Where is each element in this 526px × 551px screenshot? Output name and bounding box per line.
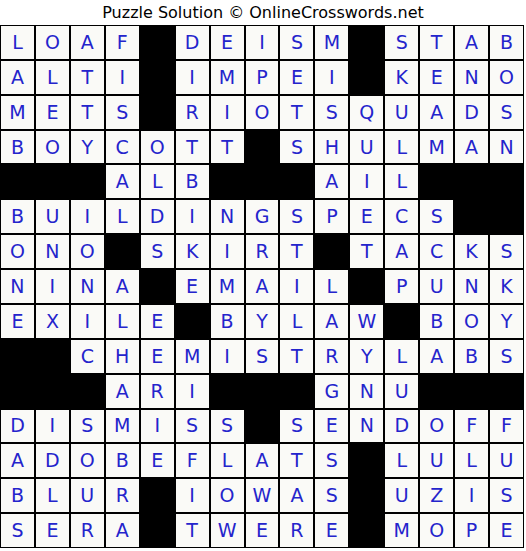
grid-cell: D <box>141 200 174 233</box>
grid-cell: U <box>420 444 453 477</box>
grid-cell: M <box>106 410 139 443</box>
grid-cell: N <box>490 131 523 164</box>
grid-cell: R <box>315 340 348 373</box>
grid-cell: U <box>490 444 523 477</box>
grid-cell: S <box>106 96 139 129</box>
grid-cell: T <box>280 235 313 268</box>
grid-cell: L <box>36 479 69 512</box>
grid-cell: O <box>420 410 453 443</box>
grid-cell: I <box>280 270 313 303</box>
grid-cell: I <box>36 270 69 303</box>
grid-cell: O <box>71 235 104 268</box>
grid-cell: C <box>71 340 104 373</box>
grid-cell: R <box>280 514 313 547</box>
grid-cell: I <box>211 235 244 268</box>
grid-cell: I <box>211 340 244 373</box>
grid-cell: B <box>211 305 244 338</box>
grid-cell: T <box>350 235 383 268</box>
grid-cell: I <box>176 200 209 233</box>
black-cell <box>455 165 488 198</box>
grid-cell: B <box>176 165 209 198</box>
grid-cell: A <box>1 444 34 477</box>
grid-cell: S <box>315 444 348 477</box>
grid-cell: A <box>106 375 139 408</box>
grid-cell: P <box>385 270 418 303</box>
grid-cell: S <box>141 235 174 268</box>
black-cell <box>455 375 488 408</box>
grid-cell: H <box>106 340 139 373</box>
black-cell <box>350 61 383 94</box>
black-cell <box>350 514 383 547</box>
grid-cell: A <box>455 26 488 59</box>
grid-cell: L <box>1 26 34 59</box>
grid-cell: U <box>71 479 104 512</box>
grid-cell: R <box>246 235 279 268</box>
grid-cell: A <box>420 96 453 129</box>
grid-cell: A <box>315 305 348 338</box>
black-cell <box>141 61 174 94</box>
grid-cell: A <box>280 479 313 512</box>
grid-cell: L <box>385 444 418 477</box>
grid-cell: O <box>36 131 69 164</box>
grid-cell: E <box>1 305 34 338</box>
grid-cell: S <box>211 410 244 443</box>
grid-cell: T <box>420 26 453 59</box>
black-cell <box>490 165 523 198</box>
grid-cell: M <box>1 96 34 129</box>
grid-cell: A <box>106 514 139 547</box>
grid-cell: O <box>1 235 34 268</box>
black-cell <box>490 200 523 233</box>
grid-cell: E <box>246 514 279 547</box>
black-cell <box>211 375 244 408</box>
grid-cell: B <box>455 340 488 373</box>
black-cell <box>350 444 383 477</box>
grid-cell: P <box>315 200 348 233</box>
grid-cell: S <box>490 96 523 129</box>
grid-cell: A <box>71 26 104 59</box>
grid-cell: Y <box>490 305 523 338</box>
grid-cell: T <box>211 131 244 164</box>
grid-cell: M <box>420 131 453 164</box>
grid-cell: A <box>385 235 418 268</box>
black-cell <box>36 375 69 408</box>
black-cell <box>106 235 139 268</box>
grid-cell: C <box>106 131 139 164</box>
grid-cell: S <box>420 200 453 233</box>
grid-cell: S <box>490 235 523 268</box>
black-cell <box>141 479 174 512</box>
grid-cell: P <box>455 514 488 547</box>
grid-cell: K <box>385 61 418 94</box>
grid-cell: P <box>246 61 279 94</box>
grid-cell: L <box>106 305 139 338</box>
grid-cell: T <box>280 96 313 129</box>
grid-cell: Z <box>420 479 453 512</box>
black-cell <box>246 410 279 443</box>
black-cell <box>420 165 453 198</box>
grid-cell: A <box>246 270 279 303</box>
grid-cell: S <box>280 200 313 233</box>
grid-cell: I <box>176 375 209 408</box>
grid-cell: E <box>315 514 348 547</box>
grid-cell: U <box>350 131 383 164</box>
grid-cell: E <box>141 340 174 373</box>
black-cell <box>490 375 523 408</box>
grid-cell: A <box>1 61 34 94</box>
black-cell <box>141 270 174 303</box>
grid-cell: T <box>280 340 313 373</box>
grid-cell: U <box>36 200 69 233</box>
black-cell <box>420 375 453 408</box>
black-cell <box>211 165 244 198</box>
grid-cell: B <box>420 305 453 338</box>
grid-cell: O <box>211 479 244 512</box>
black-cell <box>280 165 313 198</box>
grid-cell: W <box>350 305 383 338</box>
grid-cell: E <box>36 96 69 129</box>
grid-cell: O <box>71 444 104 477</box>
grid-cell: N <box>455 270 488 303</box>
grid-cell: O <box>36 26 69 59</box>
grid-cell: T <box>176 131 209 164</box>
grid-cell: D <box>36 444 69 477</box>
grid-cell: L <box>385 131 418 164</box>
grid-cell: L <box>385 165 418 198</box>
grid-cell: F <box>490 410 523 443</box>
black-cell <box>385 305 418 338</box>
grid-cell: X <box>36 305 69 338</box>
grid-cell: O <box>420 514 453 547</box>
grid-cell: I <box>315 61 348 94</box>
grid-cell: L <box>385 340 418 373</box>
grid-cell: Y <box>350 340 383 373</box>
grid-cell: D <box>385 410 418 443</box>
grid-cell: B <box>106 444 139 477</box>
grid-cell: U <box>385 96 418 129</box>
grid-cell: R <box>141 375 174 408</box>
grid-cell: I <box>246 26 279 59</box>
grid-cell: A <box>106 165 139 198</box>
grid-cell: O <box>141 131 174 164</box>
grid-cell: A <box>420 340 453 373</box>
black-cell <box>350 26 383 59</box>
grid-cell: O <box>455 305 488 338</box>
grid-cell: I <box>176 479 209 512</box>
grid-cell: S <box>71 410 104 443</box>
black-cell <box>176 305 209 338</box>
grid-cell: A <box>106 270 139 303</box>
grid-cell: E <box>280 61 313 94</box>
grid-cell: L <box>455 444 488 477</box>
grid-cell: A <box>315 165 348 198</box>
grid-cell: T <box>176 514 209 547</box>
grid-cell: S <box>280 131 313 164</box>
grid-cell: E <box>211 26 244 59</box>
grid-cell: D <box>176 26 209 59</box>
grid-cell: B <box>490 26 523 59</box>
grid-cell: L <box>211 444 244 477</box>
grid-cell: U <box>420 270 453 303</box>
grid-cell: T <box>71 96 104 129</box>
grid-cell: K <box>455 235 488 268</box>
grid-cell: L <box>280 305 313 338</box>
grid-cell: M <box>211 61 244 94</box>
black-cell <box>246 165 279 198</box>
grid-cell: E <box>176 270 209 303</box>
grid-cell: B <box>1 131 34 164</box>
grid-cell: M <box>385 514 418 547</box>
grid-cell: M <box>211 270 244 303</box>
grid-cell: B <box>1 200 34 233</box>
grid-cell: I <box>455 479 488 512</box>
grid-cell: S <box>490 479 523 512</box>
grid-cell: E <box>490 514 523 547</box>
grid-cell: S <box>315 96 348 129</box>
grid-cell: R <box>71 514 104 547</box>
grid-cell: L <box>106 200 139 233</box>
black-cell <box>315 235 348 268</box>
grid-cell: S <box>385 26 418 59</box>
grid-cell: C <box>420 235 453 268</box>
grid-cell: A <box>246 444 279 477</box>
grid-cell: E <box>315 410 348 443</box>
grid-cell: R <box>106 479 139 512</box>
grid-cell: S <box>176 410 209 443</box>
grid-cell: E <box>420 61 453 94</box>
grid-cell: F <box>455 410 488 443</box>
grid-cell: Y <box>71 131 104 164</box>
grid-cell: U <box>385 479 418 512</box>
black-cell <box>141 514 174 547</box>
black-cell <box>71 375 104 408</box>
grid-cell: K <box>490 270 523 303</box>
grid-cell: G <box>315 375 348 408</box>
black-cell <box>1 375 34 408</box>
black-cell <box>350 270 383 303</box>
crossword-board: LOAFDEISMSTABALTIIMPEIKENOMETSRIOTSQUADS… <box>0 25 524 548</box>
grid-cell: N <box>455 61 488 94</box>
grid-cell: I <box>141 410 174 443</box>
grid-cell: N <box>1 270 34 303</box>
grid-cell: I <box>71 200 104 233</box>
black-cell <box>1 165 34 198</box>
grid-cell: S <box>280 26 313 59</box>
grid-cell: E <box>350 200 383 233</box>
grid-cell: I <box>106 61 139 94</box>
black-cell <box>350 479 383 512</box>
grid-cell: I <box>211 96 244 129</box>
grid-cell: S <box>246 340 279 373</box>
grid-cell: D <box>1 410 34 443</box>
grid-cell: K <box>176 235 209 268</box>
grid-cell: I <box>36 410 69 443</box>
grid-cell: H <box>315 131 348 164</box>
grid-cell: S <box>490 340 523 373</box>
grid-cell: B <box>1 479 34 512</box>
grid-cell: E <box>141 305 174 338</box>
grid-cell: C <box>385 200 418 233</box>
black-cell <box>280 375 313 408</box>
black-cell <box>455 200 488 233</box>
black-cell <box>71 165 104 198</box>
grid-cell: M <box>176 340 209 373</box>
black-cell <box>1 340 34 373</box>
black-cell <box>141 96 174 129</box>
grid-cell: S <box>315 479 348 512</box>
black-cell <box>246 375 279 408</box>
grid-cell: E <box>36 514 69 547</box>
grid-cell: O <box>490 61 523 94</box>
grid-cell: W <box>211 514 244 547</box>
grid-cell: W <box>246 479 279 512</box>
grid-cell: I <box>350 165 383 198</box>
grid-cell: R <box>176 96 209 129</box>
black-cell <box>36 340 69 373</box>
grid-cell: N <box>350 410 383 443</box>
grid-cell: S <box>280 410 313 443</box>
black-cell <box>36 165 69 198</box>
grid-cell: D <box>455 96 488 129</box>
grid-cell: I <box>71 305 104 338</box>
black-cell <box>246 131 279 164</box>
grid-cell: N <box>350 375 383 408</box>
grid-cell: N <box>211 200 244 233</box>
grid-cell: L <box>36 61 69 94</box>
page-root: Puzzle Solution © OnlineCrosswords.net L… <box>0 0 526 548</box>
grid-cell: O <box>246 96 279 129</box>
grid-cell: F <box>176 444 209 477</box>
grid-cell: L <box>141 165 174 198</box>
grid-cell: N <box>71 270 104 303</box>
grid-cell: E <box>141 444 174 477</box>
grid-cell: L <box>315 270 348 303</box>
grid-cell: A <box>455 131 488 164</box>
grid-cell: F <box>106 26 139 59</box>
grid-cell: Q <box>350 96 383 129</box>
grid-cell: T <box>71 61 104 94</box>
grid-cell: U <box>385 375 418 408</box>
grid-cell: S <box>1 514 34 547</box>
grid-cell: I <box>176 61 209 94</box>
page-title: Puzzle Solution © OnlineCrosswords.net <box>0 0 526 25</box>
grid-cell: G <box>246 200 279 233</box>
grid-cell: Y <box>246 305 279 338</box>
grid-cell: M <box>315 26 348 59</box>
black-cell <box>141 26 174 59</box>
grid-cell: N <box>36 235 69 268</box>
grid-cell: T <box>280 444 313 477</box>
